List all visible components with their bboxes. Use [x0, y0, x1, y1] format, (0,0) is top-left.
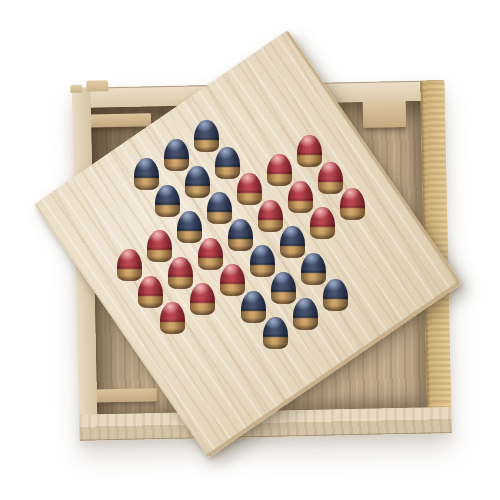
red-peg-r2c4[interactable]	[237, 173, 262, 205]
box-divider-top-right	[363, 100, 407, 128]
product-photo-scene	[0, 0, 500, 500]
red-peg-r2c6[interactable]	[297, 135, 322, 167]
red-peg-r4c0[interactable]	[160, 302, 185, 334]
blue-peg-r6c4[interactable]	[323, 279, 348, 311]
blue-peg-r6c3[interactable]	[293, 298, 318, 330]
red-peg-r4c1[interactable]	[190, 283, 215, 315]
box-divider-bottom-left	[93, 388, 157, 402]
blue-peg-r4c3[interactable]	[250, 245, 275, 277]
blue-peg-r4c4[interactable]	[280, 226, 305, 258]
box-divider-top-left	[89, 113, 151, 127]
red-peg-r4c6[interactable]	[340, 188, 365, 220]
blue-peg-r2c3[interactable]	[207, 192, 232, 224]
box-rail-nub	[70, 85, 82, 93]
red-peg-r4c5[interactable]	[310, 207, 335, 239]
blue-peg-r0c4[interactable]	[194, 120, 219, 152]
blue-peg-r6c2[interactable]	[263, 317, 288, 349]
box-rail-nub	[86, 80, 108, 91]
red-peg-r2c5[interactable]	[267, 154, 292, 186]
red-peg-r4c2[interactable]	[220, 264, 245, 296]
blue-peg-r0c2[interactable]	[134, 158, 159, 190]
blue-peg-r0c3[interactable]	[164, 139, 189, 171]
red-peg-r2c1[interactable]	[147, 230, 172, 262]
red-peg-r2c0[interactable]	[117, 249, 142, 281]
blue-peg-r2c2[interactable]	[177, 211, 202, 243]
